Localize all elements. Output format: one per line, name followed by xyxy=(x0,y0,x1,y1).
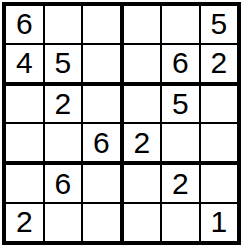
sudoku-cell-given[interactable]: 2 xyxy=(201,45,238,86)
sudoku-cell-empty[interactable] xyxy=(6,165,45,204)
sudoku-cell-given[interactable]: 2 xyxy=(6,204,45,241)
sudoku-board-wrap: 65456225626221 xyxy=(2,2,241,245)
sudoku-cell-given[interactable]: 2 xyxy=(45,86,84,125)
sudoku-cell-given[interactable]: 6 xyxy=(45,165,84,204)
sudoku-cell-given[interactable]: 6 xyxy=(162,45,201,86)
sudoku-cell-empty[interactable] xyxy=(162,6,201,45)
sudoku-cell-given[interactable]: 6 xyxy=(83,124,124,165)
sudoku-cell-empty[interactable] xyxy=(201,124,238,165)
sudoku-cell-given[interactable]: 5 xyxy=(162,86,201,125)
sudoku-cell-given[interactable]: 2 xyxy=(162,165,201,204)
sudoku-cell-empty[interactable] xyxy=(124,86,163,125)
sudoku-cell-empty[interactable] xyxy=(162,124,201,165)
sudoku-cell-given[interactable]: 1 xyxy=(201,204,238,241)
sudoku-cell-empty[interactable] xyxy=(201,86,238,125)
sudoku-cell-empty[interactable] xyxy=(83,86,124,125)
sudoku-cell-given[interactable]: 5 xyxy=(45,45,84,86)
sudoku-cell-empty[interactable] xyxy=(83,204,124,241)
sudoku-cell-empty[interactable] xyxy=(201,165,238,204)
sudoku-cell-empty[interactable] xyxy=(124,6,163,45)
sudoku-cell-given[interactable]: 5 xyxy=(201,6,238,45)
sudoku-board: 65456225626221 xyxy=(2,2,241,245)
sudoku-cell-given[interactable]: 2 xyxy=(124,124,163,165)
sudoku-cell-empty[interactable] xyxy=(45,124,84,165)
sudoku-cell-empty[interactable] xyxy=(124,45,163,86)
sudoku-cell-empty[interactable] xyxy=(83,45,124,86)
sudoku-cell-empty[interactable] xyxy=(83,6,124,45)
sudoku-cell-given[interactable]: 6 xyxy=(6,6,45,45)
sudoku-cell-empty[interactable] xyxy=(124,204,163,241)
sudoku-cell-empty[interactable] xyxy=(124,165,163,204)
sudoku-cell-empty[interactable] xyxy=(45,6,84,45)
sudoku-cell-given[interactable]: 4 xyxy=(6,45,45,86)
sudoku-cell-empty[interactable] xyxy=(162,204,201,241)
sudoku-cell-empty[interactable] xyxy=(6,86,45,125)
sudoku-cell-empty[interactable] xyxy=(6,124,45,165)
sudoku-cell-empty[interactable] xyxy=(45,204,84,241)
sudoku-cell-empty[interactable] xyxy=(83,165,124,204)
